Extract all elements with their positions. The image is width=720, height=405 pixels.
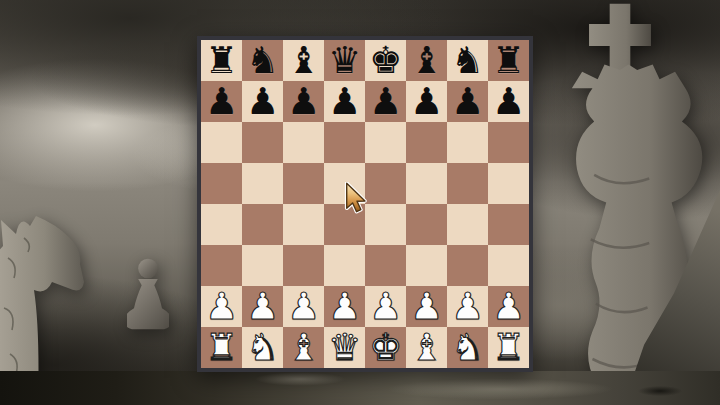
piece-black-king[interactable]: ♚	[365, 40, 406, 81]
piece-black-pawn[interactable]: ♟	[242, 81, 283, 122]
square-c6[interactable]	[283, 122, 324, 163]
piece-black-queen[interactable]: ♛	[324, 40, 365, 81]
square-h1[interactable]: ♜	[488, 327, 529, 368]
piece-white-pawn[interactable]: ♟	[365, 286, 406, 327]
piece-white-rook[interactable]: ♜	[488, 327, 529, 368]
square-e3[interactable]	[365, 245, 406, 286]
square-g1[interactable]: ♞	[447, 327, 488, 368]
square-e7[interactable]: ♟	[365, 81, 406, 122]
square-a3[interactable]	[201, 245, 242, 286]
square-h3[interactable]	[488, 245, 529, 286]
square-h7[interactable]: ♟	[488, 81, 529, 122]
square-f5[interactable]	[406, 163, 447, 204]
square-f7[interactable]: ♟	[406, 81, 447, 122]
piece-white-pawn[interactable]: ♟	[324, 286, 365, 327]
square-a7[interactable]: ♟	[201, 81, 242, 122]
piece-black-pawn[interactable]: ♟	[406, 81, 447, 122]
square-g8[interactable]: ♞	[447, 40, 488, 81]
knight-statue-icon	[0, 158, 94, 405]
background-scene: ♜♞♝♛♚♝♞♜♟♟♟♟♟♟♟♟♟♟♟♟♟♟♟♟♜♞♝♛♚♝♞♜	[0, 0, 720, 405]
square-f6[interactable]	[406, 122, 447, 163]
lake-shoreline	[0, 371, 720, 405]
square-g2[interactable]: ♟	[447, 286, 488, 327]
square-a6[interactable]	[201, 122, 242, 163]
square-a4[interactable]	[201, 204, 242, 245]
square-f1[interactable]: ♝	[406, 327, 447, 368]
piece-white-rook[interactable]: ♜	[201, 327, 242, 368]
square-d1[interactable]: ♛	[324, 327, 365, 368]
piece-white-pawn[interactable]: ♟	[283, 286, 324, 327]
square-d6[interactable]	[324, 122, 365, 163]
piece-white-knight[interactable]: ♞	[447, 327, 488, 368]
square-f8[interactable]: ♝	[406, 40, 447, 81]
square-d3[interactable]	[324, 245, 365, 286]
square-h2[interactable]: ♟	[488, 286, 529, 327]
square-e1[interactable]: ♚	[365, 327, 406, 368]
piece-white-bishop[interactable]: ♝	[406, 327, 447, 368]
piece-white-pawn[interactable]: ♟	[201, 286, 242, 327]
square-c3[interactable]	[283, 245, 324, 286]
piece-white-knight[interactable]: ♞	[242, 327, 283, 368]
piece-black-knight[interactable]: ♞	[242, 40, 283, 81]
square-b4[interactable]	[242, 204, 283, 245]
square-c2[interactable]: ♟	[283, 286, 324, 327]
square-d7[interactable]: ♟	[324, 81, 365, 122]
piece-white-pawn[interactable]: ♟	[242, 286, 283, 327]
piece-white-pawn[interactable]: ♟	[406, 286, 447, 327]
square-f2[interactable]: ♟	[406, 286, 447, 327]
piece-black-pawn[interactable]: ♟	[488, 81, 529, 122]
square-a1[interactable]: ♜	[201, 327, 242, 368]
piece-black-knight[interactable]: ♞	[447, 40, 488, 81]
square-g6[interactable]	[447, 122, 488, 163]
square-b2[interactable]: ♟	[242, 286, 283, 327]
piece-black-rook[interactable]: ♜	[201, 40, 242, 81]
square-d2[interactable]: ♟	[324, 286, 365, 327]
pawn-statue-icon	[127, 242, 169, 346]
square-g7[interactable]: ♟	[447, 81, 488, 122]
square-e8[interactable]: ♚	[365, 40, 406, 81]
square-c4[interactable]	[283, 204, 324, 245]
square-e6[interactable]	[365, 122, 406, 163]
square-c1[interactable]: ♝	[283, 327, 324, 368]
square-h6[interactable]	[488, 122, 529, 163]
square-h5[interactable]	[488, 163, 529, 204]
piece-black-pawn[interactable]: ♟	[201, 81, 242, 122]
square-d8[interactable]: ♛	[324, 40, 365, 81]
square-b5[interactable]	[242, 163, 283, 204]
piece-white-pawn[interactable]: ♟	[488, 286, 529, 327]
square-e5[interactable]	[365, 163, 406, 204]
square-g4[interactable]	[447, 204, 488, 245]
square-a5[interactable]	[201, 163, 242, 204]
square-g5[interactable]	[447, 163, 488, 204]
piece-black-pawn[interactable]: ♟	[447, 81, 488, 122]
piece-black-bishop[interactable]: ♝	[283, 40, 324, 81]
piece-black-rook[interactable]: ♜	[488, 40, 529, 81]
square-f4[interactable]	[406, 204, 447, 245]
square-c5[interactable]	[283, 163, 324, 204]
square-b7[interactable]: ♟	[242, 81, 283, 122]
piece-white-queen[interactable]: ♛	[324, 327, 365, 368]
square-b6[interactable]	[242, 122, 283, 163]
square-g3[interactable]	[447, 245, 488, 286]
piece-black-pawn[interactable]: ♟	[283, 81, 324, 122]
piece-black-bishop[interactable]: ♝	[406, 40, 447, 81]
square-a2[interactable]: ♟	[201, 286, 242, 327]
square-a8[interactable]: ♜	[201, 40, 242, 81]
piece-black-pawn[interactable]: ♟	[324, 81, 365, 122]
square-f3[interactable]	[406, 245, 447, 286]
square-b1[interactable]: ♞	[242, 327, 283, 368]
square-b8[interactable]: ♞	[242, 40, 283, 81]
piece-black-pawn[interactable]: ♟	[365, 81, 406, 122]
square-h8[interactable]: ♜	[488, 40, 529, 81]
square-c7[interactable]: ♟	[283, 81, 324, 122]
square-c8[interactable]: ♝	[283, 40, 324, 81]
square-b3[interactable]	[242, 245, 283, 286]
square-e2[interactable]: ♟	[365, 286, 406, 327]
piece-white-bishop[interactable]: ♝	[283, 327, 324, 368]
square-h4[interactable]	[488, 204, 529, 245]
piece-white-pawn[interactable]: ♟	[447, 286, 488, 327]
square-e4[interactable]	[365, 204, 406, 245]
piece-white-king[interactable]: ♚	[365, 327, 406, 368]
cursor-arrow-icon	[344, 182, 370, 214]
